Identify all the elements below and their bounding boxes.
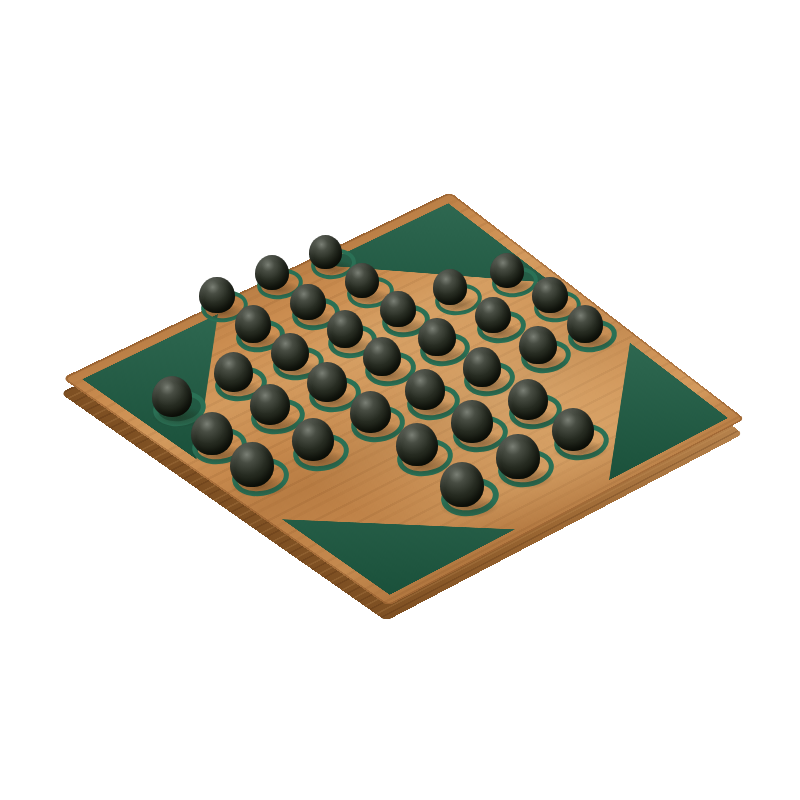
peg-glyph: ● — [199, 277, 234, 313]
peg-r1-c3[interactable]: ● — [199, 277, 234, 313]
peg-r2-c4[interactable]: ● — [290, 284, 326, 320]
peg-glyph: ● — [463, 347, 502, 387]
peg-glyph: ● — [309, 235, 342, 269]
peg-r7-c4[interactable]: ● — [496, 434, 539, 478]
peg-glyph: ● — [290, 284, 326, 320]
peg-r4-c7[interactable]: ● — [532, 277, 567, 313]
holes-layer: ●●●●●●●●●●●●●●●●●●●●●●●●●●●●●●●●● — [0, 0, 800, 800]
peg-r5-c7[interactable]: ● — [567, 305, 604, 342]
peg-glyph: ● — [519, 326, 557, 364]
peg-glyph: ● — [271, 333, 309, 372]
peg-glyph: ● — [490, 253, 524, 288]
peg-glyph: ● — [292, 418, 334, 461]
peg-r5-c3[interactable]: ● — [350, 391, 391, 433]
peg-glyph: ● — [255, 255, 289, 290]
peg-glyph: ● — [345, 263, 379, 298]
peg-glyph: ● — [230, 442, 274, 487]
peg-r2-c3[interactable]: ● — [235, 305, 272, 342]
peg-r3-c1[interactable]: ● — [152, 376, 192, 417]
peg-glyph: ● — [567, 305, 604, 342]
peg-r6-c4[interactable]: ● — [451, 400, 493, 442]
peg-r5-c2[interactable]: ● — [292, 418, 334, 461]
peg-r6-c3[interactable]: ● — [396, 423, 439, 467]
peg-r3-c2[interactable]: ● — [214, 352, 253, 392]
peg-glyph: ● — [380, 291, 416, 328]
peg-r1-c5[interactable]: ● — [309, 235, 342, 269]
peg-r1-c4[interactable]: ● — [255, 255, 289, 290]
peg-r5-c4[interactable]: ● — [405, 369, 445, 410]
peg-r5-c5[interactable]: ● — [463, 347, 502, 387]
peg-r7-c5[interactable]: ● — [552, 408, 594, 451]
peg-r3-c5[interactable]: ● — [380, 291, 416, 328]
peg-r3-c3[interactable]: ● — [271, 333, 309, 372]
peg-glyph: ● — [552, 408, 594, 451]
peg-r3-c6[interactable]: ● — [433, 269, 468, 304]
peg-glyph: ● — [191, 412, 233, 455]
peg-r2-c5[interactable]: ● — [345, 263, 379, 298]
peg-glyph: ● — [235, 305, 272, 342]
peg-glyph: ● — [363, 337, 401, 376]
peg-r7-c3[interactable]: ● — [440, 462, 485, 508]
peg-glyph: ● — [496, 434, 539, 478]
peg-r5-c1[interactable]: ● — [230, 442, 274, 487]
peg-r4-c3[interactable]: ● — [307, 362, 347, 402]
peg-r4-c6[interactable]: ● — [475, 297, 511, 334]
peg-glyph: ● — [396, 423, 439, 467]
peg-r4-c4[interactable]: ● — [363, 337, 401, 376]
peg-glyph: ● — [405, 369, 445, 410]
peg-glyph: ● — [350, 391, 391, 433]
peg-glyph: ● — [214, 352, 253, 392]
peg-glyph: ● — [508, 379, 548, 420]
peg-glyph: ● — [418, 318, 455, 356]
peg-r3-c7[interactable]: ● — [490, 253, 524, 288]
peg-glyph: ● — [440, 462, 485, 508]
peg-r5-c6[interactable]: ● — [519, 326, 557, 364]
peg-glyph: ● — [152, 376, 192, 417]
peg-glyph: ● — [327, 310, 364, 348]
peg-glyph: ● — [250, 384, 291, 425]
peg-r6-c5[interactable]: ● — [508, 379, 548, 420]
peg-glyph: ● — [451, 400, 493, 442]
peg-glyph: ● — [532, 277, 567, 313]
scene: ●●●●●●●●●●●●●●●●●●●●●●●●●●●●●●●●● — [0, 0, 800, 800]
peg-r4-c5[interactable]: ● — [418, 318, 455, 356]
peg-glyph: ● — [433, 269, 468, 304]
peg-glyph: ● — [475, 297, 511, 334]
peg-r4-c2[interactable]: ● — [250, 384, 291, 425]
peg-r4-c1[interactable]: ● — [191, 412, 233, 455]
peg-glyph: ● — [307, 362, 347, 402]
peg-r3-c4[interactable]: ● — [327, 310, 364, 348]
